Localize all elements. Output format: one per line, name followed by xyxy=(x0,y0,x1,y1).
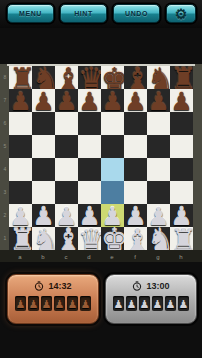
square-d7[interactable]: ♟ xyxy=(78,89,101,112)
piece-black-knight: ♞ xyxy=(32,68,55,90)
square-h2[interactable]: ♟ xyxy=(170,204,193,227)
piece-black-pawn: ♟ xyxy=(55,91,78,113)
piece-black-king: ♚ xyxy=(101,68,124,90)
square-a7[interactable]: ♟ xyxy=(9,89,32,112)
piece-white-pawn: ♟ xyxy=(147,206,170,228)
square-c2[interactable]: ♟ xyxy=(55,204,78,227)
square-d2[interactable]: ♟ xyxy=(78,204,101,227)
square-g8[interactable]: ♞ xyxy=(147,66,170,89)
piece-white-pawn: ♟ xyxy=(124,206,147,228)
piece-black-pawn: ♟ xyxy=(101,91,124,113)
captured-piece-icon: ♟ xyxy=(166,298,176,311)
square-c3[interactable] xyxy=(55,181,78,204)
file-label-f: f xyxy=(131,254,139,260)
settings-button[interactable]: ⚙ xyxy=(166,4,196,23)
captured-slot: ♟ xyxy=(165,296,176,311)
clock-time-right: 13:00 xyxy=(146,281,169,291)
square-g6[interactable] xyxy=(147,112,170,135)
captured-piece-icon: ♟ xyxy=(68,298,78,311)
square-h4[interactable] xyxy=(170,158,193,181)
captured-slot: ♟ xyxy=(126,296,137,311)
square-f2[interactable]: ♟ xyxy=(124,204,147,227)
square-f5[interactable] xyxy=(124,135,147,158)
captured-slot: ♟ xyxy=(15,296,26,311)
gear-icon: ⚙ xyxy=(175,6,188,22)
square-e5[interactable] xyxy=(101,135,124,158)
piece-black-rook: ♜ xyxy=(170,68,193,90)
clock-row-right: 13:00 xyxy=(106,281,196,291)
captured-slot: ♟ xyxy=(54,296,65,311)
rank-label-5: 5 xyxy=(2,143,8,149)
board-frame: ♜♞♝♛♚♝♞♜♟♟♟♟♟♟♟♟♟♟♟♟♟♟♟♟♜♞♝♛♚♝♞♜ 8765432… xyxy=(0,64,202,262)
clock-time-left: 14:32 xyxy=(48,281,71,291)
piece-black-knight: ♞ xyxy=(147,68,170,90)
rank-label-4: 4 xyxy=(2,166,8,172)
square-h1[interactable]: ♜ xyxy=(170,227,193,250)
piece-white-pawn: ♟ xyxy=(9,206,32,228)
square-b4[interactable] xyxy=(32,158,55,181)
square-g4[interactable] xyxy=(147,158,170,181)
piece-white-king: ♚ xyxy=(101,229,124,251)
piece-black-pawn: ♟ xyxy=(78,91,101,113)
square-g7[interactable]: ♟ xyxy=(147,89,170,112)
square-a8[interactable]: ♜ xyxy=(9,66,32,89)
square-b7[interactable]: ♟ xyxy=(32,89,55,112)
captured-piece-icon: ♟ xyxy=(42,298,52,311)
piece-black-pawn: ♟ xyxy=(9,91,32,113)
clock-row-left: 14:32 xyxy=(8,281,98,291)
square-e1[interactable]: ♚ xyxy=(101,227,124,250)
square-a1[interactable]: ♜ xyxy=(9,227,32,250)
captured-slot: ♟ xyxy=(80,296,91,311)
captured-piece-icon: ♟ xyxy=(55,298,65,311)
square-c8[interactable]: ♝ xyxy=(55,66,78,89)
square-e3[interactable] xyxy=(101,181,124,204)
square-e4[interactable] xyxy=(101,158,124,181)
square-a2[interactable]: ♟ xyxy=(9,204,32,227)
piece-black-bishop: ♝ xyxy=(124,68,147,90)
chess-board: ♜♞♝♛♚♝♞♜♟♟♟♟♟♟♟♟♟♟♟♟♟♟♟♟♜♞♝♛♚♝♞♜ xyxy=(9,66,193,250)
file-label-a: a xyxy=(16,254,24,260)
square-c7[interactable]: ♟ xyxy=(55,89,78,112)
captured-slot: ♟ xyxy=(178,296,189,311)
player-clock-panel-left: 14:32 ♟♟♟♟♟♟ xyxy=(7,274,99,324)
piece-black-pawn: ♟ xyxy=(32,91,55,113)
clock-icon xyxy=(34,281,44,291)
square-h8[interactable]: ♜ xyxy=(170,66,193,89)
piece-black-bishop: ♝ xyxy=(55,68,78,90)
captured-pieces-tray-left: ♟♟♟♟♟♟ xyxy=(8,296,98,311)
square-c6[interactable] xyxy=(55,112,78,135)
square-d4[interactable] xyxy=(78,158,101,181)
square-a6[interactable] xyxy=(9,112,32,135)
square-c5[interactable] xyxy=(55,135,78,158)
square-f1[interactable]: ♝ xyxy=(124,227,147,250)
square-e2[interactable]: ♟ xyxy=(101,204,124,227)
square-h7[interactable]: ♟ xyxy=(170,89,193,112)
square-c1[interactable]: ♝ xyxy=(55,227,78,250)
piece-white-knight: ♞ xyxy=(147,229,170,251)
file-label-h: h xyxy=(177,254,185,260)
file-label-g: g xyxy=(154,254,162,260)
captured-piece-icon: ♟ xyxy=(16,298,26,311)
file-label-e: e xyxy=(108,254,116,260)
piece-white-queen: ♛ xyxy=(78,229,101,251)
square-d6[interactable] xyxy=(78,112,101,135)
square-d8[interactable]: ♛ xyxy=(78,66,101,89)
square-g2[interactable]: ♟ xyxy=(147,204,170,227)
square-e8[interactable]: ♚ xyxy=(101,66,124,89)
captured-slot: ♟ xyxy=(41,296,52,311)
toolbar: MENU HINT UNDO ⚙ xyxy=(0,0,202,28)
square-b2[interactable]: ♟ xyxy=(32,204,55,227)
square-b1[interactable]: ♞ xyxy=(32,227,55,250)
piece-white-pawn: ♟ xyxy=(101,206,124,228)
captured-slot: ♟ xyxy=(152,296,163,311)
captured-piece-icon: ♟ xyxy=(179,298,189,311)
piece-black-queen: ♛ xyxy=(78,68,101,90)
captured-piece-icon: ♟ xyxy=(127,298,137,311)
captured-slot: ♟ xyxy=(67,296,78,311)
square-f8[interactable]: ♝ xyxy=(124,66,147,89)
square-d1[interactable]: ♛ xyxy=(78,227,101,250)
square-b6[interactable] xyxy=(32,112,55,135)
square-g3[interactable] xyxy=(147,181,170,204)
piece-black-pawn: ♟ xyxy=(124,91,147,113)
rank-label-8: 8 xyxy=(2,74,8,80)
file-label-c: c xyxy=(62,254,70,260)
square-b5[interactable] xyxy=(32,135,55,158)
piece-black-pawn: ♟ xyxy=(170,91,193,113)
square-f6[interactable] xyxy=(124,112,147,135)
captured-slot: ♟ xyxy=(113,296,124,311)
piece-white-bishop: ♝ xyxy=(55,229,78,251)
square-a3[interactable] xyxy=(9,181,32,204)
square-c4[interactable] xyxy=(55,158,78,181)
captured-piece-icon: ♟ xyxy=(29,298,39,311)
square-a5[interactable] xyxy=(9,135,32,158)
square-b8[interactable]: ♞ xyxy=(32,66,55,89)
captured-piece-icon: ♟ xyxy=(114,298,124,311)
rank-label-6: 6 xyxy=(2,120,8,126)
rank-label-1: 1 xyxy=(2,235,8,241)
square-e7[interactable]: ♟ xyxy=(101,89,124,112)
board-bottom-edge xyxy=(0,250,202,262)
square-g5[interactable] xyxy=(147,135,170,158)
piece-white-bishop: ♝ xyxy=(124,229,147,251)
square-d3[interactable] xyxy=(78,181,101,204)
piece-white-rook: ♜ xyxy=(170,229,193,251)
captured-piece-icon: ♟ xyxy=(153,298,163,311)
hint-button[interactable]: HINT xyxy=(60,4,107,23)
file-label-d: d xyxy=(85,254,93,260)
square-d5[interactable] xyxy=(78,135,101,158)
captured-piece-icon: ♟ xyxy=(81,298,91,311)
piece-white-pawn: ♟ xyxy=(78,206,101,228)
menu-button[interactable]: MENU xyxy=(7,4,54,23)
undo-button[interactable]: UNDO xyxy=(113,4,160,23)
piece-white-pawn: ♟ xyxy=(55,206,78,228)
square-b3[interactable] xyxy=(32,181,55,204)
piece-white-knight: ♞ xyxy=(32,229,55,251)
piece-black-rook: ♜ xyxy=(9,68,32,90)
square-f4[interactable] xyxy=(124,158,147,181)
player-clock-panel-right: 13:00 ♟♟♟♟♟♟ xyxy=(105,274,197,324)
square-e6[interactable] xyxy=(101,112,124,135)
rank-label-2: 2 xyxy=(2,212,8,218)
square-h6[interactable] xyxy=(170,112,193,135)
square-f3[interactable] xyxy=(124,181,147,204)
captured-piece-icon: ♟ xyxy=(140,298,150,311)
rank-label-3: 3 xyxy=(2,189,8,195)
clock-icon xyxy=(132,281,142,291)
piece-white-pawn: ♟ xyxy=(32,206,55,228)
captured-slot: ♟ xyxy=(139,296,150,311)
piece-white-rook: ♜ xyxy=(9,229,32,251)
square-a4[interactable] xyxy=(9,158,32,181)
square-f7[interactable]: ♟ xyxy=(124,89,147,112)
square-g1[interactable]: ♞ xyxy=(147,227,170,250)
piece-black-pawn: ♟ xyxy=(147,91,170,113)
square-h5[interactable] xyxy=(170,135,193,158)
piece-white-pawn: ♟ xyxy=(170,206,193,228)
rank-label-7: 7 xyxy=(2,97,8,103)
captured-pieces-tray-right: ♟♟♟♟♟♟ xyxy=(106,296,196,311)
chess-app-screen: MENU HINT UNDO ⚙ ♜♞♝♛♚♝♞♜♟♟♟♟♟♟♟♟♟♟♟♟♟♟♟… xyxy=(0,0,202,358)
captured-slot: ♟ xyxy=(28,296,39,311)
square-h3[interactable] xyxy=(170,181,193,204)
file-label-b: b xyxy=(39,254,47,260)
